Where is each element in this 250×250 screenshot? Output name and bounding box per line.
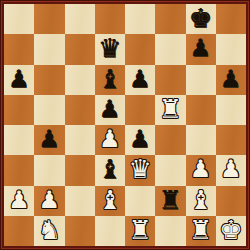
square-g2[interactable]: ♝ bbox=[186, 186, 216, 216]
square-b2[interactable]: ♟ bbox=[34, 186, 64, 216]
square-b8[interactable] bbox=[34, 4, 64, 34]
square-f8[interactable] bbox=[155, 4, 185, 34]
chess-board: ♚♛♟♟♝♟♟♟♜♟♟♟♝♛♟♟♟♟♝♜♝♞♜♜♚ bbox=[4, 4, 246, 246]
white-rook-piece: ♜ bbox=[159, 96, 182, 122]
square-g3[interactable]: ♟ bbox=[186, 155, 216, 185]
square-e2[interactable] bbox=[125, 186, 155, 216]
square-b5[interactable] bbox=[34, 95, 64, 125]
square-h3[interactable]: ♟ bbox=[216, 155, 246, 185]
black-king-piece: ♚ bbox=[189, 5, 212, 31]
white-knight-piece: ♞ bbox=[38, 217, 61, 243]
square-a1[interactable] bbox=[4, 216, 34, 246]
square-h1[interactable]: ♚ bbox=[216, 216, 246, 246]
board-frame: ♚♛♟♟♝♟♟♟♜♟♟♟♝♛♟♟♟♟♝♜♝♞♜♜♚ bbox=[0, 0, 250, 250]
square-f2[interactable]: ♜ bbox=[155, 186, 185, 216]
white-queen-piece: ♛ bbox=[128, 156, 151, 182]
black-pawn-piece: ♟ bbox=[129, 67, 151, 91]
square-e1[interactable]: ♜ bbox=[125, 216, 155, 246]
square-d4[interactable]: ♟ bbox=[95, 125, 125, 155]
black-bishop-piece: ♝ bbox=[98, 66, 121, 92]
square-a5[interactable] bbox=[4, 95, 34, 125]
square-a2[interactable]: ♟ bbox=[4, 186, 34, 216]
square-f5[interactable]: ♜ bbox=[155, 95, 185, 125]
square-d6[interactable]: ♝ bbox=[95, 65, 125, 95]
square-b6[interactable] bbox=[34, 65, 64, 95]
black-pawn-piece: ♟ bbox=[129, 127, 151, 151]
square-c4[interactable] bbox=[65, 125, 95, 155]
white-rook-piece: ♜ bbox=[189, 217, 212, 243]
white-king-piece: ♚ bbox=[219, 217, 242, 243]
square-c8[interactable] bbox=[65, 4, 95, 34]
black-pawn-piece: ♟ bbox=[99, 97, 121, 121]
square-h5[interactable] bbox=[216, 95, 246, 125]
square-f6[interactable] bbox=[155, 65, 185, 95]
white-pawn-piece: ♟ bbox=[99, 127, 121, 151]
square-a4[interactable] bbox=[4, 125, 34, 155]
white-bishop-piece: ♝ bbox=[189, 187, 212, 213]
square-e5[interactable] bbox=[125, 95, 155, 125]
square-c2[interactable] bbox=[65, 186, 95, 216]
white-bishop-piece: ♝ bbox=[98, 187, 121, 213]
square-b1[interactable]: ♞ bbox=[34, 216, 64, 246]
white-pawn-piece: ♟ bbox=[8, 188, 30, 212]
square-e4[interactable]: ♟ bbox=[125, 125, 155, 155]
black-queen-piece: ♛ bbox=[98, 35, 121, 61]
white-pawn-piece: ♟ bbox=[190, 157, 212, 181]
square-g7[interactable]: ♟ bbox=[186, 34, 216, 64]
square-d5[interactable]: ♟ bbox=[95, 95, 125, 125]
square-e8[interactable] bbox=[125, 4, 155, 34]
white-rook-piece: ♜ bbox=[128, 217, 151, 243]
square-c5[interactable] bbox=[65, 95, 95, 125]
square-a6[interactable]: ♟ bbox=[4, 65, 34, 95]
black-pawn-piece: ♟ bbox=[220, 67, 242, 91]
square-a3[interactable] bbox=[4, 155, 34, 185]
square-e3[interactable]: ♛ bbox=[125, 155, 155, 185]
square-g6[interactable] bbox=[186, 65, 216, 95]
square-h4[interactable] bbox=[216, 125, 246, 155]
square-b3[interactable] bbox=[34, 155, 64, 185]
square-h8[interactable] bbox=[216, 4, 246, 34]
square-c7[interactable] bbox=[65, 34, 95, 64]
square-d8[interactable] bbox=[95, 4, 125, 34]
square-e7[interactable] bbox=[125, 34, 155, 64]
square-h7[interactable] bbox=[216, 34, 246, 64]
black-pawn-piece: ♟ bbox=[39, 127, 61, 151]
white-pawn-piece: ♟ bbox=[39, 188, 61, 212]
square-h2[interactable] bbox=[216, 186, 246, 216]
square-f4[interactable] bbox=[155, 125, 185, 155]
black-rook-piece: ♜ bbox=[159, 187, 182, 213]
square-a8[interactable] bbox=[4, 4, 34, 34]
square-g5[interactable] bbox=[186, 95, 216, 125]
square-d7[interactable]: ♛ bbox=[95, 34, 125, 64]
square-f1[interactable] bbox=[155, 216, 185, 246]
square-d2[interactable]: ♝ bbox=[95, 186, 125, 216]
black-pawn-piece: ♟ bbox=[190, 36, 212, 60]
black-bishop-piece: ♝ bbox=[98, 156, 121, 182]
square-b7[interactable] bbox=[34, 34, 64, 64]
square-a7[interactable] bbox=[4, 34, 34, 64]
square-f3[interactable] bbox=[155, 155, 185, 185]
square-g8[interactable]: ♚ bbox=[186, 4, 216, 34]
square-d3[interactable]: ♝ bbox=[95, 155, 125, 185]
square-b4[interactable]: ♟ bbox=[34, 125, 64, 155]
square-e6[interactable]: ♟ bbox=[125, 65, 155, 95]
square-h6[interactable]: ♟ bbox=[216, 65, 246, 95]
square-g1[interactable]: ♜ bbox=[186, 216, 216, 246]
square-c3[interactable] bbox=[65, 155, 95, 185]
black-pawn-piece: ♟ bbox=[8, 67, 30, 91]
square-f7[interactable] bbox=[155, 34, 185, 64]
square-d1[interactable] bbox=[95, 216, 125, 246]
white-pawn-piece: ♟ bbox=[220, 157, 242, 181]
square-c6[interactable] bbox=[65, 65, 95, 95]
square-c1[interactable] bbox=[65, 216, 95, 246]
square-g4[interactable] bbox=[186, 125, 216, 155]
